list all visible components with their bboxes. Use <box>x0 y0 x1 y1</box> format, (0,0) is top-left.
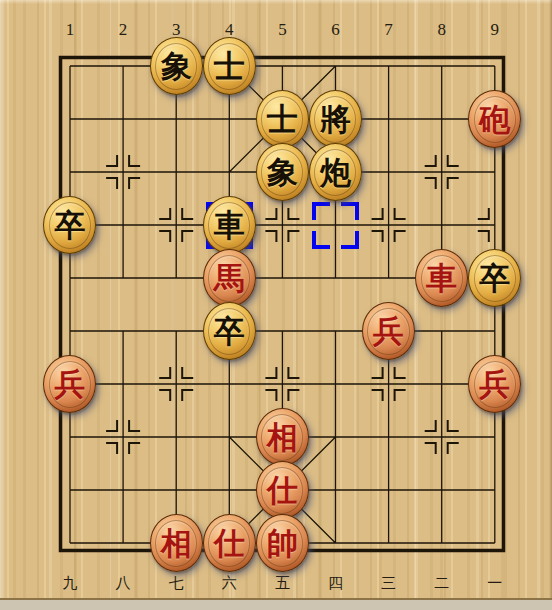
intersection-f4-r0: 士 <box>203 40 256 93</box>
highlight-corner-bl <box>312 231 330 249</box>
intersection-f6-r1: 將 <box>309 93 362 146</box>
black-piece-車[interactable]: 車 <box>203 196 256 254</box>
black-piece-卒[interactable]: 卒 <box>468 249 521 307</box>
file-number-bottom-1: 九 <box>63 574 78 593</box>
black-piece-象[interactable]: 象 <box>256 143 309 201</box>
black-piece-將[interactable]: 將 <box>309 90 362 148</box>
black-piece-士[interactable]: 士 <box>203 37 256 95</box>
black-piece-卒[interactable]: 卒 <box>203 302 256 360</box>
red-piece-仕[interactable]: 仕 <box>203 514 256 572</box>
file-number-bottom-5: 五 <box>275 574 290 593</box>
black-piece-卒[interactable]: 卒 <box>43 196 96 254</box>
xiangqi-board[interactable]: 象士士將砲象炮卒車馬車卒卒兵兵兵相仕相仕帥 <box>43 40 521 570</box>
intersection-f4-r4: 馬 <box>203 252 256 305</box>
intersection-f9-r6: 兵 <box>468 358 521 411</box>
file-number-bottom-4: 六 <box>222 574 237 593</box>
red-piece-馬[interactable]: 馬 <box>203 249 256 307</box>
cell-move-from <box>309 199 362 252</box>
move-from-square-highlight <box>312 202 359 249</box>
file-number-bottom-8: 二 <box>434 574 449 593</box>
red-piece-兵[interactable]: 兵 <box>362 302 415 360</box>
file-number-bottom-2: 八 <box>116 574 131 593</box>
intersection-f5-r1: 士 <box>256 93 309 146</box>
highlight-corner-tl <box>312 202 330 220</box>
file-number-bottom-3: 七 <box>169 574 184 593</box>
intersection-f8-r4: 車 <box>415 252 468 305</box>
intersection-f6-r2: 炮 <box>309 146 362 199</box>
highlight-corner-br <box>341 231 359 249</box>
bottom-file-numbers: 九八七六五四三二一 <box>0 574 552 594</box>
red-piece-相[interactable]: 相 <box>256 408 309 466</box>
file-number-bottom-9: 一 <box>487 574 502 593</box>
black-piece-炮[interactable]: 炮 <box>309 143 362 201</box>
intersection-f4-r5: 卒 <box>203 305 256 358</box>
intersection-f4-r9: 仕 <box>203 517 256 570</box>
highlight-corner-tr <box>341 202 359 220</box>
intersection-f7-r5: 兵 <box>362 305 415 358</box>
file-number-bottom-6: 四 <box>328 574 343 593</box>
intersection-f9-r1: 砲 <box>468 93 521 146</box>
intersection-f4-r3: 車 <box>203 199 256 252</box>
intersection-f1-r6: 兵 <box>43 358 96 411</box>
intersection-f5-r7: 相 <box>256 411 309 464</box>
red-piece-帥[interactable]: 帥 <box>256 514 309 572</box>
intersection-f5-r2: 象 <box>256 146 309 199</box>
intersection-f5-r9: 帥 <box>256 517 309 570</box>
red-piece-仕[interactable]: 仕 <box>256 461 309 519</box>
red-piece-兵[interactable]: 兵 <box>468 355 521 413</box>
intersection-f3-r9: 相 <box>150 517 203 570</box>
black-piece-士[interactable]: 士 <box>256 90 309 148</box>
xiangqi-app-window: 123456789 象士士將砲象炮卒車馬車卒卒兵兵兵相仕相仕帥 九八七六五四三二… <box>0 0 552 610</box>
intersection-f9-r4: 卒 <box>468 252 521 305</box>
intersection-f1-r3: 卒 <box>43 199 96 252</box>
intersection-f5-r8: 仕 <box>256 464 309 517</box>
red-piece-車[interactable]: 車 <box>415 249 468 307</box>
black-piece-象[interactable]: 象 <box>150 37 203 95</box>
red-piece-砲[interactable]: 砲 <box>468 90 521 148</box>
intersection-f3-r0: 象 <box>150 40 203 93</box>
red-piece-兵[interactable]: 兵 <box>43 355 96 413</box>
file-number-bottom-7: 三 <box>381 574 396 593</box>
red-piece-相[interactable]: 相 <box>150 514 203 572</box>
